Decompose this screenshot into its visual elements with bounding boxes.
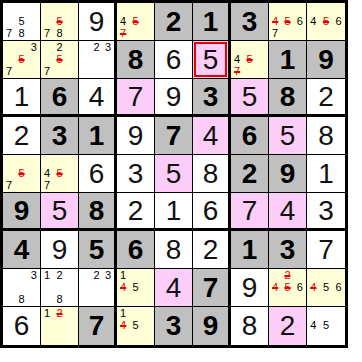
candidate-5-eliminated: 5: [281, 15, 293, 27]
cell-r9c9[interactable]: 45: [307, 307, 345, 345]
solved-digit: 5: [52, 197, 68, 225]
given-digit: 1: [242, 236, 258, 264]
cell-r1c5[interactable]: 2: [155, 3, 193, 41]
cell-r5c1[interactable]: 57: [3, 155, 41, 193]
sudoku-board: 5785789457213456745635725723865457191647…: [0, 0, 348, 348]
candidate-5: 5: [129, 320, 141, 333]
candidate-5-eliminated: 5: [320, 15, 333, 27]
given-digit: 1: [89, 122, 105, 150]
cell-r9c6[interactable]: 9: [193, 307, 231, 345]
candidate-grid: 257: [41, 41, 78, 78]
candidate-4: 4: [307, 320, 320, 333]
cell-r9c7[interactable]: 8: [231, 307, 269, 345]
given-digit: 8: [89, 197, 105, 225]
solved-digit: 6: [89, 160, 105, 188]
given-digit: 2: [166, 8, 182, 36]
cell-r4c3[interactable]: 1: [79, 117, 117, 155]
cell-r2c9[interactable]: 9: [307, 41, 345, 79]
candidate-3: 3: [102, 269, 114, 281]
candidate-2: 2: [91, 269, 103, 281]
cell-r7c9[interactable]: 7: [307, 231, 345, 269]
candidate-7: 7: [3, 66, 15, 78]
candidate-5-eliminated: 5: [53, 167, 65, 179]
solved-digit: 4: [280, 197, 296, 225]
given-digit: 3: [280, 236, 296, 264]
cell-r2c1[interactable]: 357: [3, 41, 41, 79]
solved-digit: 4: [89, 83, 105, 111]
cell-r5c5[interactable]: 5: [155, 155, 193, 193]
candidate-2: 2: [91, 41, 103, 53]
cell-r2c8[interactable]: 1: [269, 41, 307, 79]
candidate-2-eliminated: 2: [53, 307, 65, 320]
solved-digit: 1: [166, 197, 182, 225]
candidate-5-eliminated: 5: [15, 167, 27, 179]
given-digit: 5: [89, 236, 105, 264]
solved-digit: 2: [14, 122, 30, 150]
candidate-8: 8: [15, 294, 27, 306]
candidate-8: 8: [15, 28, 27, 40]
cell-r4c6[interactable]: 4: [193, 117, 231, 155]
candidate-1: 1: [41, 307, 53, 320]
cell-r6c6[interactable]: 6: [193, 193, 231, 231]
candidate-7: 7: [41, 66, 53, 78]
candidate-4: 4: [307, 15, 320, 27]
given-digit: 6: [242, 122, 258, 150]
cell-r5c8[interactable]: 9: [269, 155, 307, 193]
cell-r8c1[interactable]: 38: [3, 269, 41, 307]
cell-r2c6[interactable]: 5: [193, 41, 231, 79]
candidate-4: 4: [41, 167, 53, 179]
cell-r6c2[interactable]: 5: [41, 193, 79, 231]
cell-r8c7[interactable]: 9: [231, 269, 269, 307]
candidate-1: 1: [117, 307, 129, 320]
candidate-6: 6: [332, 15, 345, 27]
cell-r8c8[interactable]: 2456: [269, 269, 307, 307]
cell-r7c5[interactable]: 8: [155, 231, 193, 269]
candidate-6: 6: [294, 15, 306, 27]
solved-digit: 1: [318, 160, 334, 188]
candidate-4: 4: [231, 53, 243, 65]
cell-r9c8[interactable]: 2: [269, 307, 307, 345]
cell-r5c9[interactable]: 1: [307, 155, 345, 193]
candidate-3: 3: [102, 41, 114, 53]
candidate-grid: 456: [307, 3, 345, 40]
given-digit: 9: [318, 46, 334, 74]
cell-r5c4[interactable]: 3: [117, 155, 155, 193]
cell-r7c4[interactable]: 6: [117, 231, 155, 269]
candidate-grid: 57: [3, 155, 40, 192]
cell-r6c9[interactable]: 3: [307, 193, 345, 231]
given-digit: 6: [52, 83, 68, 111]
candidate-4-eliminated: 4: [307, 281, 320, 293]
solved-digit: 2: [128, 197, 144, 225]
given-digit: 3: [52, 122, 68, 150]
solved-digit: 3: [318, 197, 334, 225]
solved-digit: 8: [166, 236, 182, 264]
given-digit: 9: [14, 197, 30, 225]
candidate-4-eliminated: 4: [117, 320, 129, 333]
cell-r7c3[interactable]: 5: [79, 231, 117, 269]
candidate-2: 2: [53, 269, 65, 281]
candidate-4: 4: [117, 15, 129, 27]
candidate-5: 5: [129, 281, 141, 293]
solved-digit: 7: [128, 83, 144, 111]
cell-r2c7[interactable]: 457: [231, 41, 269, 79]
candidate-grid: 457: [41, 155, 78, 192]
cell-r4c9[interactable]: 8: [307, 117, 345, 155]
given-digit: 8: [128, 46, 144, 74]
solved-digit: 8: [203, 160, 219, 188]
candidate-8: 8: [53, 294, 65, 306]
given-digit: 2: [242, 160, 258, 188]
cell-r5c3[interactable]: 6: [79, 155, 117, 193]
cell-r6c5[interactable]: 1: [155, 193, 193, 231]
cell-r8c5[interactable]: 4: [155, 269, 193, 307]
candidate-grid: 457: [117, 3, 154, 40]
solved-digit: 9: [52, 236, 68, 264]
cell-r7c1[interactable]: 4: [3, 231, 41, 269]
candidate-7-eliminated: 7: [117, 28, 129, 40]
solved-digit: 2: [280, 312, 296, 340]
cell-r9c4[interactable]: 145: [117, 307, 155, 345]
candidate-3: 3: [28, 269, 40, 281]
candidate-5: 5: [320, 281, 333, 293]
cell-r7c7[interactable]: 1: [231, 231, 269, 269]
cell-r3c4[interactable]: 7: [117, 79, 155, 117]
solved-digit: 8: [242, 312, 258, 340]
cell-r3c5[interactable]: 9: [155, 79, 193, 117]
candidate-5-eliminated: 5: [281, 281, 293, 293]
given-digit: 3: [166, 312, 182, 340]
cell-r9c1[interactable]: 6: [3, 307, 41, 345]
candidate-5-eliminated: 5: [243, 53, 255, 65]
cell-r4c8[interactable]: 5: [269, 117, 307, 155]
given-digit: 7: [203, 274, 219, 302]
solved-digit: 9: [166, 83, 182, 111]
candidate-grid: 23: [79, 269, 114, 306]
cell-r7c8[interactable]: 3: [269, 231, 307, 269]
candidate-grid: 357: [3, 41, 40, 78]
cell-r5c6[interactable]: 8: [193, 155, 231, 193]
cell-r8c6[interactable]: 7: [193, 269, 231, 307]
solved-digit: 6: [14, 312, 30, 340]
given-digit: 3: [242, 8, 258, 36]
cell-r4c7[interactable]: 6: [231, 117, 269, 155]
cell-r1c4[interactable]: 457: [117, 3, 155, 41]
cell-r3c9[interactable]: 2: [307, 79, 345, 117]
candidate-3: 3: [28, 41, 40, 53]
candidate-4-eliminated: 4: [269, 15, 281, 27]
candidate-1: 1: [117, 269, 129, 281]
cell-r8c4[interactable]: 145: [117, 269, 155, 307]
cell-r3c7[interactable]: 5: [231, 79, 269, 117]
candidate-grid: 457: [231, 41, 268, 78]
given-digit: 1: [280, 46, 296, 74]
cell-r2c4[interactable]: 8: [117, 41, 155, 79]
solved-digit: 2: [203, 236, 219, 264]
solved-digit: 9: [242, 274, 258, 302]
cell-r6c3[interactable]: 8: [79, 193, 117, 231]
candidate-grid: 12: [41, 307, 78, 345]
cell-r3c6[interactable]: 3: [193, 79, 231, 117]
cell-r2c5[interactable]: 6: [155, 41, 193, 79]
given-digit: 1: [203, 8, 219, 36]
cell-r8c3[interactable]: 23: [79, 269, 117, 307]
cell-r3c3[interactable]: 4: [79, 79, 117, 117]
candidate-4-eliminated: 4: [117, 281, 129, 293]
cell-r1c9[interactable]: 456: [307, 3, 345, 41]
candidate-grid: 578: [41, 3, 78, 40]
solved-digit: 5: [203, 46, 219, 74]
solved-digit: 2: [318, 83, 334, 111]
candidate-grid: 145: [117, 307, 154, 345]
cell-r4c2[interactable]: 3: [41, 117, 79, 155]
cell-r9c5[interactable]: 3: [155, 307, 193, 345]
given-digit: 4: [14, 236, 30, 264]
solved-digit: 8: [318, 122, 334, 150]
solved-digit: 4: [203, 122, 219, 150]
cell-r2c2[interactable]: 257: [41, 41, 79, 79]
cell-r9c2[interactable]: 12: [41, 307, 79, 345]
cell-r6c1[interactable]: 9: [3, 193, 41, 231]
candidate-grid: 38: [3, 269, 40, 306]
cell-r6c8[interactable]: 4: [269, 193, 307, 231]
candidate-2-eliminated: 2: [281, 269, 293, 281]
candidate-5: 5: [15, 15, 27, 27]
candidate-7: 7: [3, 180, 15, 192]
solved-digit: 5: [280, 122, 296, 150]
solved-digit: 1: [14, 83, 30, 111]
cell-r1c8[interactable]: 4567: [269, 3, 307, 41]
given-digit: 9: [203, 312, 219, 340]
candidate-8: 8: [53, 28, 65, 40]
cell-r1c1[interactable]: 578: [3, 3, 41, 41]
candidate-7: 7: [3, 28, 15, 40]
candidate-5-eliminated: 5: [15, 53, 27, 65]
cell-r4c4[interactable]: 9: [117, 117, 155, 155]
given-digit: 8: [280, 83, 296, 111]
candidate-7: 7: [41, 180, 53, 192]
cell-r6c4[interactable]: 2: [117, 193, 155, 231]
candidate-grid: 23: [79, 41, 114, 78]
candidate-5: 5: [320, 320, 333, 333]
cell-r7c6[interactable]: 2: [193, 231, 231, 269]
cell-r3c1[interactable]: 1: [3, 79, 41, 117]
candidate-grid: 2456: [269, 269, 306, 306]
cell-r1c3[interactable]: 9: [79, 3, 117, 41]
cell-r3c8[interactable]: 8: [269, 79, 307, 117]
candidate-grid: 128: [41, 269, 78, 306]
solved-digit: 7: [318, 236, 334, 264]
given-digit: 9: [280, 160, 296, 188]
cell-r9c3[interactable]: 7: [79, 307, 117, 345]
cell-r6c7[interactable]: 7: [231, 193, 269, 231]
candidate-grid: 4567: [269, 3, 306, 40]
candidate-5-eliminated: 5: [53, 15, 65, 27]
given-digit: 7: [166, 122, 182, 150]
solved-digit: 7: [242, 197, 258, 225]
cell-r5c7[interactable]: 2: [231, 155, 269, 193]
candidate-6: 6: [294, 281, 306, 293]
cell-r8c9[interactable]: 456: [307, 269, 345, 307]
solved-digit: 5: [166, 160, 182, 188]
solved-digit: 9: [128, 122, 144, 150]
cell-r8c2[interactable]: 128: [41, 269, 79, 307]
cell-r3c2[interactable]: 6: [41, 79, 79, 117]
cell-r4c1[interactable]: 2: [3, 117, 41, 155]
given-digit: 3: [203, 83, 219, 111]
candidate-4-eliminated: 4: [269, 281, 281, 293]
candidate-7: 7: [41, 28, 53, 40]
candidate-5-eliminated: 5: [53, 53, 65, 65]
candidate-6: 6: [332, 281, 345, 293]
cell-r1c2[interactable]: 578: [41, 3, 79, 41]
cell-r2c3[interactable]: 23: [79, 41, 117, 79]
solved-digit: 5: [242, 83, 258, 111]
solved-digit: 9: [89, 8, 105, 36]
candidate-2: 2: [53, 41, 65, 53]
solved-digit: 6: [166, 46, 182, 74]
cell-r7c2[interactable]: 9: [41, 231, 79, 269]
solved-digit: 4: [166, 274, 182, 302]
solved-digit: 6: [203, 197, 219, 225]
candidate-grid: 456: [307, 269, 345, 306]
cell-r4c5[interactable]: 7: [155, 117, 193, 155]
given-digit: 7: [89, 312, 105, 340]
candidate-grid: 45: [307, 307, 345, 345]
candidate-7-eliminated: 7: [231, 66, 243, 78]
cell-r1c7[interactable]: 3: [231, 3, 269, 41]
cell-r1c6[interactable]: 1: [193, 3, 231, 41]
cell-r5c2[interactable]: 457: [41, 155, 79, 193]
candidate-7: 7: [269, 28, 281, 40]
candidate-5-eliminated: 5: [129, 15, 141, 27]
candidate-grid: 578: [3, 3, 40, 40]
given-digit: 6: [128, 236, 144, 264]
solved-digit: 3: [128, 160, 144, 188]
candidate-grid: 145: [117, 269, 154, 306]
candidate-1: 1: [41, 269, 53, 281]
